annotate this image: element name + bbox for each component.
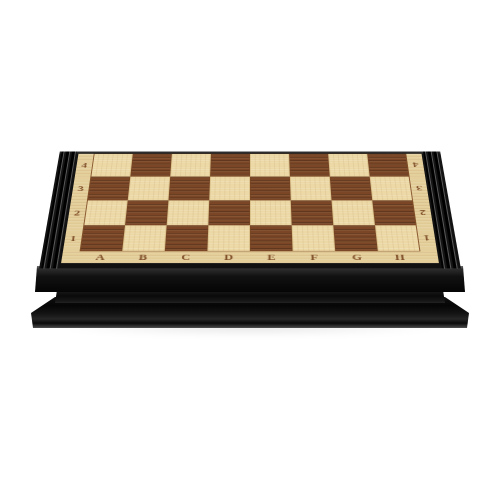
square-e2 — [250, 200, 292, 225]
square-c1 — [165, 225, 209, 251]
square-c4 — [170, 154, 211, 177]
square-e4 — [250, 154, 290, 177]
square-h2 — [372, 200, 416, 225]
file-label-f: F — [293, 251, 336, 263]
square-g3 — [330, 177, 372, 201]
square-a2 — [83, 200, 127, 225]
square-f4 — [289, 154, 330, 177]
square-f2 — [291, 200, 334, 225]
product-photo-stage: 44332211ABCDEFGH — [0, 0, 500, 500]
square-e3 — [250, 177, 291, 201]
lid-frame-front-face — [35, 266, 465, 292]
file-label-d: D — [207, 251, 250, 263]
file-label-e: E — [250, 251, 293, 263]
square-g2 — [332, 200, 375, 225]
square-b3 — [128, 177, 170, 201]
border-corner-left — [61, 251, 80, 263]
square-c2 — [167, 200, 210, 225]
square-b2 — [125, 200, 168, 225]
rank-label-right-2: 2 — [413, 200, 433, 225]
square-a4 — [90, 154, 132, 177]
square-d4 — [210, 154, 250, 177]
square-d1 — [207, 225, 250, 251]
square-b1 — [122, 225, 167, 251]
square-a1 — [80, 225, 125, 251]
file-label-g: G — [335, 251, 379, 263]
board-veneer: 44332211ABCDEFGH — [61, 154, 439, 264]
rank-label-right-1: 1 — [417, 225, 437, 251]
file-label-h: H — [378, 251, 422, 263]
file-label-b: B — [121, 251, 165, 263]
square-h3 — [370, 177, 413, 201]
square-c3 — [168, 177, 210, 201]
square-d3 — [209, 177, 250, 201]
lid-frame-top: 44332211ABCDEFGH — [39, 151, 461, 268]
square-h4 — [367, 154, 409, 177]
square-b4 — [130, 154, 172, 177]
file-label-c: C — [164, 251, 207, 263]
file-label-a: A — [78, 251, 122, 263]
square-h1 — [375, 225, 420, 251]
square-e1 — [250, 225, 293, 251]
square-f3 — [290, 177, 332, 201]
square-g4 — [328, 154, 370, 177]
chess-board: 44332211ABCDEFGH — [61, 154, 439, 264]
rank-label-right-4: 4 — [406, 154, 425, 177]
square-f1 — [292, 225, 336, 251]
square-g1 — [333, 225, 378, 251]
rank-label-right-3: 3 — [410, 177, 429, 201]
border-corner-right — [420, 251, 439, 263]
board-lid: 44332211ABCDEFGH — [39, 151, 461, 268]
square-a3 — [87, 177, 130, 201]
square-d2 — [208, 200, 250, 225]
